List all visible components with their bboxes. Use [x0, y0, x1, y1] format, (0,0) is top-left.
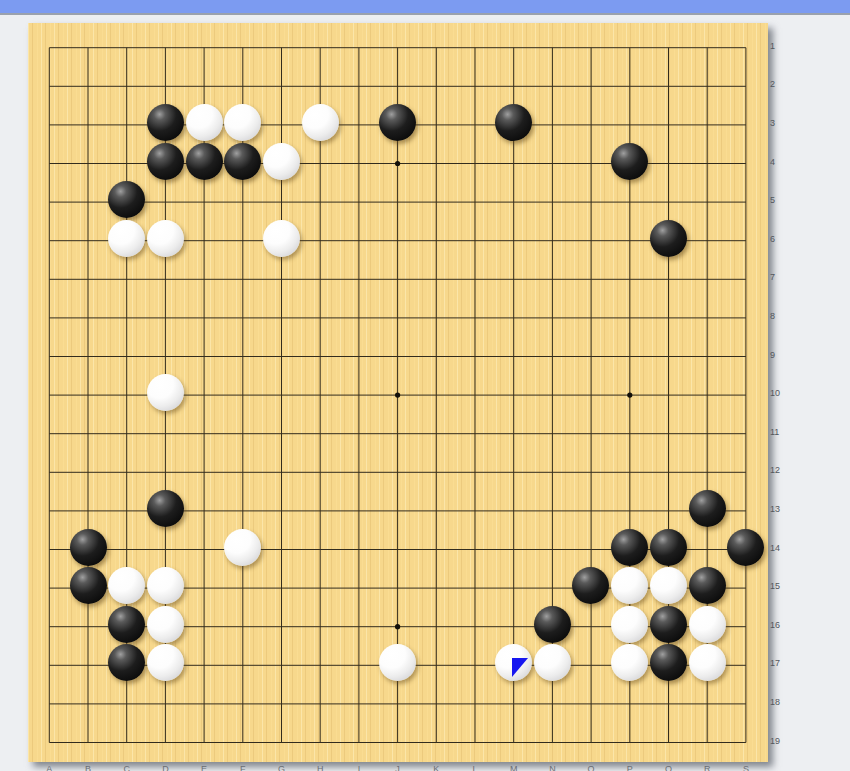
intersection-K7[interactable] [417, 260, 456, 299]
intersection-Q14[interactable] [649, 530, 688, 569]
intersection-E16[interactable] [185, 607, 224, 646]
intersection-C17[interactable] [107, 646, 146, 685]
intersection-B12[interactable] [69, 453, 108, 492]
intersection-D3[interactable] [146, 105, 185, 144]
intersection-C11[interactable] [107, 414, 146, 453]
intersection-A8[interactable] [30, 298, 69, 337]
intersection-D12[interactable] [146, 453, 185, 492]
intersection-I3[interactable] [340, 105, 379, 144]
intersection-S19[interactable] [726, 723, 765, 762]
intersection-N6[interactable] [533, 221, 572, 260]
intersection-P10[interactable] [610, 375, 649, 414]
intersection-G16[interactable] [262, 607, 301, 646]
intersection-E12[interactable] [185, 453, 224, 492]
intersection-P11[interactable] [610, 414, 649, 453]
intersection-B11[interactable] [69, 414, 108, 453]
intersection-E7[interactable] [185, 260, 224, 299]
intersection-E11[interactable] [185, 414, 224, 453]
intersection-O4[interactable] [572, 144, 611, 183]
intersection-G14[interactable] [262, 530, 301, 569]
intersection-M13[interactable] [494, 491, 533, 530]
intersection-H10[interactable] [301, 375, 340, 414]
intersection-R9[interactable] [688, 337, 727, 376]
intersection-Q11[interactable] [649, 414, 688, 453]
intersection-D2[interactable] [146, 67, 185, 106]
intersection-G2[interactable] [262, 67, 301, 106]
intersection-D8[interactable] [146, 298, 185, 337]
intersection-Q16[interactable] [649, 607, 688, 646]
intersection-B6[interactable] [69, 221, 108, 260]
intersection-P7[interactable] [610, 260, 649, 299]
intersection-B13[interactable] [69, 491, 108, 530]
intersection-Q9[interactable] [649, 337, 688, 376]
intersection-A5[interactable] [30, 182, 69, 221]
intersection-S10[interactable] [726, 375, 765, 414]
intersection-J11[interactable] [378, 414, 417, 453]
intersection-L10[interactable] [456, 375, 495, 414]
intersection-J16[interactable] [378, 607, 417, 646]
intersection-O13[interactable] [572, 491, 611, 530]
intersection-F3[interactable] [223, 105, 262, 144]
intersection-B19[interactable] [69, 723, 108, 762]
intersection-O19[interactable] [572, 723, 611, 762]
intersection-C7[interactable] [107, 260, 146, 299]
intersection-A15[interactable] [30, 568, 69, 607]
intersection-H11[interactable] [301, 414, 340, 453]
intersection-I9[interactable] [340, 337, 379, 376]
intersection-B2[interactable] [69, 67, 108, 106]
intersection-L15[interactable] [456, 568, 495, 607]
intersection-P12[interactable] [610, 453, 649, 492]
intersection-A19[interactable] [30, 723, 69, 762]
intersection-G5[interactable] [262, 182, 301, 221]
intersection-P19[interactable] [610, 723, 649, 762]
intersection-E6[interactable] [185, 221, 224, 260]
intersection-Q2[interactable] [649, 67, 688, 106]
intersection-R15[interactable] [688, 568, 727, 607]
intersection-P3[interactable] [610, 105, 649, 144]
intersection-F2[interactable] [223, 67, 262, 106]
intersection-F16[interactable] [223, 607, 262, 646]
intersection-N5[interactable] [533, 182, 572, 221]
intersection-G19[interactable] [262, 723, 301, 762]
intersection-M3[interactable] [494, 105, 533, 144]
intersection-I7[interactable] [340, 260, 379, 299]
intersection-J3[interactable] [378, 105, 417, 144]
intersection-L4[interactable] [456, 144, 495, 183]
intersection-H7[interactable] [301, 260, 340, 299]
intersection-R14[interactable] [688, 530, 727, 569]
intersection-G6[interactable] [262, 221, 301, 260]
intersection-I6[interactable] [340, 221, 379, 260]
intersection-L17[interactable] [456, 646, 495, 685]
intersection-A7[interactable] [30, 260, 69, 299]
intersection-F4[interactable] [223, 144, 262, 183]
intersection-A4[interactable] [30, 144, 69, 183]
intersection-H6[interactable] [301, 221, 340, 260]
intersection-H2[interactable] [301, 67, 340, 106]
intersection-P1[interactable] [610, 28, 649, 67]
intersection-I11[interactable] [340, 414, 379, 453]
intersection-O14[interactable] [572, 530, 611, 569]
intersection-P4[interactable] [610, 144, 649, 183]
intersection-M5[interactable] [494, 182, 533, 221]
intersection-E9[interactable] [185, 337, 224, 376]
intersection-I8[interactable] [340, 298, 379, 337]
intersection-Q17[interactable] [649, 646, 688, 685]
intersection-I4[interactable] [340, 144, 379, 183]
intersection-J12[interactable] [378, 453, 417, 492]
intersection-Q1[interactable] [649, 28, 688, 67]
intersection-H16[interactable] [301, 607, 340, 646]
intersection-E8[interactable] [185, 298, 224, 337]
intersection-D4[interactable] [146, 144, 185, 183]
intersection-L19[interactable] [456, 723, 495, 762]
intersection-J9[interactable] [378, 337, 417, 376]
intersection-Q15[interactable] [649, 568, 688, 607]
intersection-G18[interactable] [262, 684, 301, 723]
intersection-A9[interactable] [30, 337, 69, 376]
intersection-B8[interactable] [69, 298, 108, 337]
intersection-B18[interactable] [69, 684, 108, 723]
intersection-K12[interactable] [417, 453, 456, 492]
intersection-C2[interactable] [107, 67, 146, 106]
intersection-R19[interactable] [688, 723, 727, 762]
intersection-S9[interactable] [726, 337, 765, 376]
intersection-Q10[interactable] [649, 375, 688, 414]
intersection-N18[interactable] [533, 684, 572, 723]
intersection-Q7[interactable] [649, 260, 688, 299]
intersection-E13[interactable] [185, 491, 224, 530]
intersection-F1[interactable] [223, 28, 262, 67]
intersection-F5[interactable] [223, 182, 262, 221]
intersection-L8[interactable] [456, 298, 495, 337]
intersection-B14[interactable] [69, 530, 108, 569]
intersection-L1[interactable] [456, 28, 495, 67]
intersection-C16[interactable] [107, 607, 146, 646]
intersection-M1[interactable] [494, 28, 533, 67]
intersection-L2[interactable] [456, 67, 495, 106]
intersection-M8[interactable] [494, 298, 533, 337]
intersection-C15[interactable] [107, 568, 146, 607]
intersection-J4[interactable] [378, 144, 417, 183]
intersection-F11[interactable] [223, 414, 262, 453]
intersection-S3[interactable] [726, 105, 765, 144]
intersection-S8[interactable] [726, 298, 765, 337]
intersection-O11[interactable] [572, 414, 611, 453]
intersection-I10[interactable] [340, 375, 379, 414]
intersection-R3[interactable] [688, 105, 727, 144]
intersection-G8[interactable] [262, 298, 301, 337]
intersection-R11[interactable] [688, 414, 727, 453]
intersection-J15[interactable] [378, 568, 417, 607]
intersection-L14[interactable] [456, 530, 495, 569]
intersection-J18[interactable] [378, 684, 417, 723]
intersection-F6[interactable] [223, 221, 262, 260]
intersection-N15[interactable] [533, 568, 572, 607]
intersection-I2[interactable] [340, 67, 379, 106]
intersection-A6[interactable] [30, 221, 69, 260]
intersection-J13[interactable] [378, 491, 417, 530]
intersection-O9[interactable] [572, 337, 611, 376]
intersection-Q12[interactable] [649, 453, 688, 492]
intersection-A12[interactable] [30, 453, 69, 492]
intersection-C4[interactable] [107, 144, 146, 183]
intersection-K4[interactable] [417, 144, 456, 183]
intersection-C6[interactable] [107, 221, 146, 260]
intersection-K1[interactable] [417, 28, 456, 67]
intersection-A13[interactable] [30, 491, 69, 530]
intersection-N7[interactable] [533, 260, 572, 299]
intersection-S17[interactable] [726, 646, 765, 685]
intersection-H12[interactable] [301, 453, 340, 492]
intersection-E4[interactable] [185, 144, 224, 183]
intersection-A16[interactable] [30, 607, 69, 646]
intersection-N19[interactable] [533, 723, 572, 762]
intersection-B5[interactable] [69, 182, 108, 221]
intersection-S18[interactable] [726, 684, 765, 723]
intersection-I15[interactable] [340, 568, 379, 607]
intersection-K18[interactable] [417, 684, 456, 723]
intersection-Q6[interactable] [649, 221, 688, 260]
intersection-P14[interactable] [610, 530, 649, 569]
intersection-B10[interactable] [69, 375, 108, 414]
intersection-M11[interactable] [494, 414, 533, 453]
intersection-F7[interactable] [223, 260, 262, 299]
intersection-L5[interactable] [456, 182, 495, 221]
intersection-Q18[interactable] [649, 684, 688, 723]
intersection-G4[interactable] [262, 144, 301, 183]
intersection-D7[interactable] [146, 260, 185, 299]
intersection-C1[interactable] [107, 28, 146, 67]
intersection-L9[interactable] [456, 337, 495, 376]
intersection-F18[interactable] [223, 684, 262, 723]
intersection-R4[interactable] [688, 144, 727, 183]
intersection-N9[interactable] [533, 337, 572, 376]
intersection-N1[interactable] [533, 28, 572, 67]
intersection-H8[interactable] [301, 298, 340, 337]
intersection-C3[interactable] [107, 105, 146, 144]
intersection-E18[interactable] [185, 684, 224, 723]
intersection-B1[interactable] [69, 28, 108, 67]
intersection-O2[interactable] [572, 67, 611, 106]
intersection-F13[interactable] [223, 491, 262, 530]
intersection-L6[interactable] [456, 221, 495, 260]
intersection-H9[interactable] [301, 337, 340, 376]
intersection-N14[interactable] [533, 530, 572, 569]
intersection-G17[interactable] [262, 646, 301, 685]
intersection-G10[interactable] [262, 375, 301, 414]
intersection-F9[interactable] [223, 337, 262, 376]
intersection-D15[interactable] [146, 568, 185, 607]
intersection-A18[interactable] [30, 684, 69, 723]
intersection-S5[interactable] [726, 182, 765, 221]
intersection-R17[interactable] [688, 646, 727, 685]
intersection-D10[interactable] [146, 375, 185, 414]
intersection-S6[interactable] [726, 221, 765, 260]
intersection-A11[interactable] [30, 414, 69, 453]
intersection-G1[interactable] [262, 28, 301, 67]
intersection-P16[interactable] [610, 607, 649, 646]
intersection-K17[interactable] [417, 646, 456, 685]
intersection-C10[interactable] [107, 375, 146, 414]
intersection-K6[interactable] [417, 221, 456, 260]
intersection-E14[interactable] [185, 530, 224, 569]
intersection-P17[interactable] [610, 646, 649, 685]
intersection-M17[interactable] [494, 646, 533, 685]
intersection-C12[interactable] [107, 453, 146, 492]
intersection-M19[interactable] [494, 723, 533, 762]
intersection-S12[interactable] [726, 453, 765, 492]
intersection-F14[interactable] [223, 530, 262, 569]
intersection-R5[interactable] [688, 182, 727, 221]
intersection-N2[interactable] [533, 67, 572, 106]
intersection-L7[interactable] [456, 260, 495, 299]
intersection-E19[interactable] [185, 723, 224, 762]
intersection-M15[interactable] [494, 568, 533, 607]
intersection-I19[interactable] [340, 723, 379, 762]
intersection-H3[interactable] [301, 105, 340, 144]
intersection-D19[interactable] [146, 723, 185, 762]
intersection-M4[interactable] [494, 144, 533, 183]
intersection-D17[interactable] [146, 646, 185, 685]
intersection-P6[interactable] [610, 221, 649, 260]
intersection-B4[interactable] [69, 144, 108, 183]
intersection-D18[interactable] [146, 684, 185, 723]
intersection-P15[interactable] [610, 568, 649, 607]
intersection-M10[interactable] [494, 375, 533, 414]
intersection-G13[interactable] [262, 491, 301, 530]
intersection-D11[interactable] [146, 414, 185, 453]
intersection-M7[interactable] [494, 260, 533, 299]
intersection-S4[interactable] [726, 144, 765, 183]
intersection-M16[interactable] [494, 607, 533, 646]
intersection-G3[interactable] [262, 105, 301, 144]
intersection-S13[interactable] [726, 491, 765, 530]
intersection-M6[interactable] [494, 221, 533, 260]
intersection-A3[interactable] [30, 105, 69, 144]
intersection-H19[interactable] [301, 723, 340, 762]
intersection-J17[interactable] [378, 646, 417, 685]
intersection-K8[interactable] [417, 298, 456, 337]
intersection-Q4[interactable] [649, 144, 688, 183]
intersection-P5[interactable] [610, 182, 649, 221]
intersection-P2[interactable] [610, 67, 649, 106]
intersection-J8[interactable] [378, 298, 417, 337]
intersection-R18[interactable] [688, 684, 727, 723]
intersection-L11[interactable] [456, 414, 495, 453]
intersection-G7[interactable] [262, 260, 301, 299]
intersection-Q8[interactable] [649, 298, 688, 337]
intersection-P9[interactable] [610, 337, 649, 376]
intersection-L3[interactable] [456, 105, 495, 144]
intersection-H18[interactable] [301, 684, 340, 723]
intersection-M18[interactable] [494, 684, 533, 723]
intersection-E17[interactable] [185, 646, 224, 685]
intersection-O17[interactable] [572, 646, 611, 685]
intersection-N12[interactable] [533, 453, 572, 492]
intersection-J7[interactable] [378, 260, 417, 299]
intersection-N8[interactable] [533, 298, 572, 337]
intersection-S1[interactable] [726, 28, 765, 67]
intersection-C19[interactable] [107, 723, 146, 762]
intersection-I16[interactable] [340, 607, 379, 646]
intersection-P8[interactable] [610, 298, 649, 337]
intersection-H13[interactable] [301, 491, 340, 530]
intersection-L18[interactable] [456, 684, 495, 723]
intersection-J5[interactable] [378, 182, 417, 221]
intersection-E1[interactable] [185, 28, 224, 67]
intersection-K13[interactable] [417, 491, 456, 530]
intersection-E15[interactable] [185, 568, 224, 607]
intersection-J1[interactable] [378, 28, 417, 67]
intersection-D9[interactable] [146, 337, 185, 376]
intersection-N16[interactable] [533, 607, 572, 646]
intersection-S15[interactable] [726, 568, 765, 607]
intersection-R1[interactable] [688, 28, 727, 67]
intersection-O3[interactable] [572, 105, 611, 144]
intersection-N11[interactable] [533, 414, 572, 453]
intersection-R12[interactable] [688, 453, 727, 492]
intersection-E2[interactable] [185, 67, 224, 106]
intersection-R10[interactable] [688, 375, 727, 414]
intersection-F19[interactable] [223, 723, 262, 762]
intersection-N17[interactable] [533, 646, 572, 685]
intersection-D16[interactable] [146, 607, 185, 646]
intersection-D1[interactable] [146, 28, 185, 67]
intersection-Q5[interactable] [649, 182, 688, 221]
intersection-D14[interactable] [146, 530, 185, 569]
intersection-B9[interactable] [69, 337, 108, 376]
intersection-L12[interactable] [456, 453, 495, 492]
intersection-L13[interactable] [456, 491, 495, 530]
intersection-E10[interactable] [185, 375, 224, 414]
intersection-Q13[interactable] [649, 491, 688, 530]
intersection-C8[interactable] [107, 298, 146, 337]
intersection-F12[interactable] [223, 453, 262, 492]
intersection-M9[interactable] [494, 337, 533, 376]
intersection-O10[interactable] [572, 375, 611, 414]
intersection-G11[interactable] [262, 414, 301, 453]
intersection-L16[interactable] [456, 607, 495, 646]
intersection-O15[interactable] [572, 568, 611, 607]
intersection-P13[interactable] [610, 491, 649, 530]
intersection-B7[interactable] [69, 260, 108, 299]
intersection-K10[interactable] [417, 375, 456, 414]
intersection-I13[interactable] [340, 491, 379, 530]
intersection-R16[interactable] [688, 607, 727, 646]
intersection-R2[interactable] [688, 67, 727, 106]
intersection-E3[interactable] [185, 105, 224, 144]
intersection-F17[interactable] [223, 646, 262, 685]
intersection-H5[interactable] [301, 182, 340, 221]
intersection-J2[interactable] [378, 67, 417, 106]
intersection-E5[interactable] [185, 182, 224, 221]
intersection-I14[interactable] [340, 530, 379, 569]
intersection-I5[interactable] [340, 182, 379, 221]
intersection-F8[interactable] [223, 298, 262, 337]
intersection-I17[interactable] [340, 646, 379, 685]
intersection-S14[interactable] [726, 530, 765, 569]
intersection-J14[interactable] [378, 530, 417, 569]
intersection-G12[interactable] [262, 453, 301, 492]
intersection-M2[interactable] [494, 67, 533, 106]
intersection-A14[interactable] [30, 530, 69, 569]
intersection-F10[interactable] [223, 375, 262, 414]
intersection-K5[interactable] [417, 182, 456, 221]
intersection-F15[interactable] [223, 568, 262, 607]
intersection-O6[interactable] [572, 221, 611, 260]
